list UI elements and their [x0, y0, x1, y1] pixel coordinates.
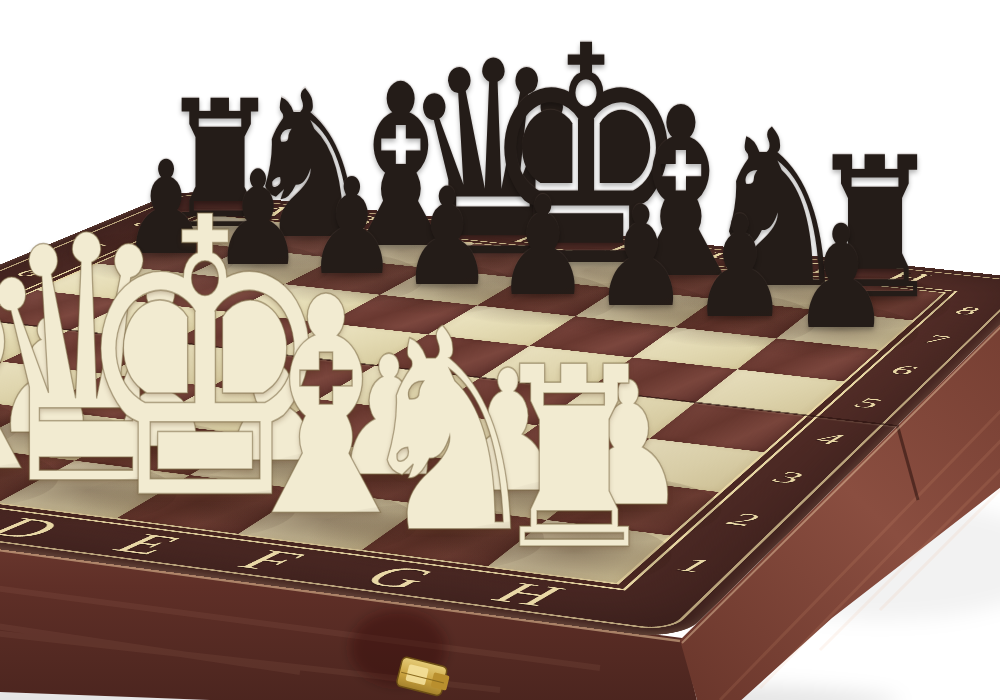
rank-label-8-right: 8 — [951, 304, 983, 318]
file-label-c-far: C — [417, 221, 477, 239]
file-label-f-far: F — [692, 249, 746, 267]
rank-label-7-right: 7 — [920, 332, 954, 347]
file-label-b-far: B — [329, 212, 388, 229]
file-label-a-far: A — [241, 203, 301, 220]
file-label-g-far: G — [783, 258, 841, 277]
rank-label-2-right: 2 — [721, 508, 765, 530]
file-label-g-near: G — [352, 559, 444, 596]
rank-label-5-right: 5 — [850, 394, 887, 411]
rank-label-7-left: 7 — [69, 241, 112, 254]
file-label-f-near: F — [228, 543, 315, 578]
file-label-h-far: H — [878, 268, 935, 288]
file-label-e-near: E — [102, 527, 191, 562]
file-label-h-near: H — [483, 576, 573, 614]
file-label-d-far: D — [505, 230, 567, 248]
rank-label-3-right: 3 — [768, 467, 810, 487]
rank-label-8-left: 8 — [126, 217, 167, 229]
file-label-e-far: E — [600, 239, 655, 257]
chess-set-photo: AA88BB77CC66DD55EE44FF33GG22HH11 ♜♞♝♛♚♝♞… — [0, 0, 1000, 700]
rank-label-6-right: 6 — [886, 362, 921, 378]
rank-label-1-right: 1 — [671, 553, 718, 577]
rank-label-6-left: 6 — [8, 266, 53, 280]
file-label-d-near: D — [0, 511, 74, 546]
rank-label-4-right: 4 — [810, 429, 849, 448]
